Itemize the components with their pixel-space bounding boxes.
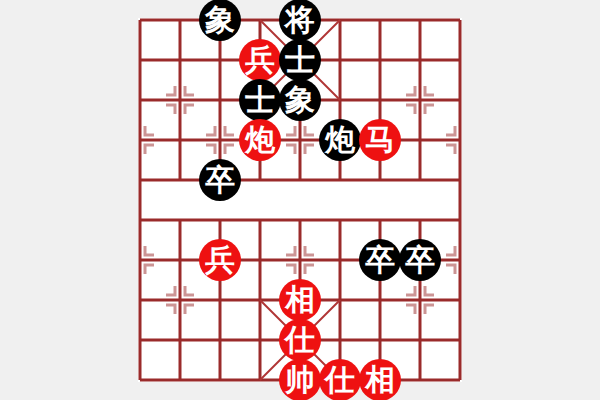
piece-black-elephant[interactable]: 象 [279, 79, 321, 121]
piece-red-cannon[interactable]: 炮 [239, 119, 281, 161]
piece-red-pawn[interactable]: 兵 [199, 239, 241, 281]
piece-red-pawn[interactable]: 兵 [239, 39, 281, 81]
piece-red-advisor[interactable]: 仕 [279, 319, 321, 361]
piece-red-horse[interactable]: 马 [359, 119, 401, 161]
piece-black-advisor[interactable]: 士 [239, 79, 281, 121]
piece-red-general[interactable]: 帅 [279, 359, 321, 400]
piece-black-elephant[interactable]: 象 [199, 0, 241, 41]
xiangqi-app: 象将兵士士象炮炮马卒兵卒卒相仕帅仕相 [0, 0, 600, 400]
piece-black-pawn[interactable]: 卒 [359, 239, 401, 281]
piece-black-advisor[interactable]: 士 [279, 39, 321, 81]
piece-black-pawn[interactable]: 卒 [199, 159, 241, 201]
piece-red-advisor[interactable]: 仕 [319, 359, 361, 400]
piece-red-elephant[interactable]: 相 [359, 359, 401, 400]
piece-black-pawn[interactable]: 卒 [399, 239, 441, 281]
piece-black-general[interactable]: 将 [279, 0, 321, 41]
piece-black-cannon[interactable]: 炮 [319, 119, 361, 161]
piece-red-elephant[interactable]: 相 [279, 279, 321, 321]
